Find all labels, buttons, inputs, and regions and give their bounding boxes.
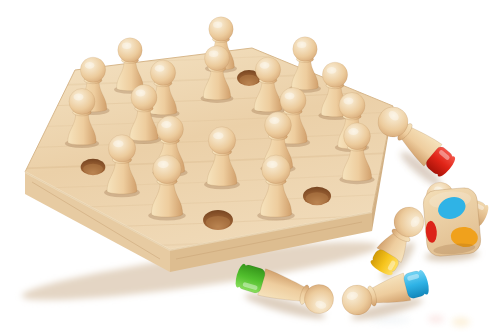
color-die[interactable] xyxy=(422,187,482,257)
empty-hole-4[interactable] xyxy=(203,210,233,230)
scene-svg xyxy=(0,0,500,335)
shadow xyxy=(428,315,444,323)
shadow xyxy=(452,318,470,327)
empty-hole-2[interactable] xyxy=(81,159,106,175)
empty-hole-3[interactable] xyxy=(303,187,331,206)
memory-chess-product-photo xyxy=(0,0,500,335)
